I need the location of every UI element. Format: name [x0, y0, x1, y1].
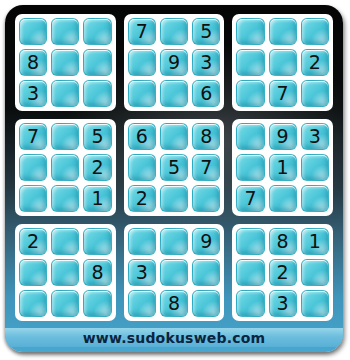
cell-r6c2[interactable]: [51, 185, 79, 212]
cell-r1c6[interactable]: 5: [192, 18, 220, 45]
block-3-1: 28: [15, 224, 116, 321]
cell-r6c1[interactable]: [19, 185, 47, 212]
cell-r6c7[interactable]: 7: [236, 185, 264, 212]
cell-r8c4[interactable]: 3: [128, 259, 156, 286]
block-2-3: 9317: [232, 119, 333, 216]
cell-r5c3[interactable]: 2: [83, 154, 111, 181]
cell-r1c5[interactable]: [160, 18, 188, 45]
cell-r6c4[interactable]: 2: [128, 185, 156, 212]
cell-r2c3[interactable]: [83, 49, 111, 76]
cell-r9c7[interactable]: [236, 290, 264, 317]
cell-r8c7[interactable]: [236, 259, 264, 286]
cell-r5c2[interactable]: [51, 154, 79, 181]
cell-r5c7[interactable]: [236, 154, 264, 181]
cell-r5c5[interactable]: 5: [160, 154, 188, 181]
cell-r7c6[interactable]: 9: [192, 228, 220, 255]
block-1-1: 83: [15, 14, 116, 111]
cell-r4c4[interactable]: 6: [128, 123, 156, 150]
cell-r4c3[interactable]: 5: [83, 123, 111, 150]
cell-r4c1[interactable]: 7: [19, 123, 47, 150]
cell-r8c6[interactable]: [192, 259, 220, 286]
cell-r3c9[interactable]: [301, 80, 329, 107]
cell-r4c7[interactable]: [236, 123, 264, 150]
cell-r2c1[interactable]: 8: [19, 49, 47, 76]
cell-r2c8[interactable]: [269, 49, 297, 76]
cell-r3c4[interactable]: [128, 80, 156, 107]
cell-r8c1[interactable]: [19, 259, 47, 286]
cell-r9c8[interactable]: 3: [269, 290, 297, 317]
sudoku-screenshot: 8375936277521685729317289388123 www.sudo…: [0, 0, 350, 360]
cell-r5c4[interactable]: [128, 154, 156, 181]
cell-r3c2[interactable]: [51, 80, 79, 107]
cell-r3c7[interactable]: [236, 80, 264, 107]
cell-r1c1[interactable]: [19, 18, 47, 45]
cell-r9c2[interactable]: [51, 290, 79, 317]
cell-r1c3[interactable]: [83, 18, 111, 45]
cell-r9c1[interactable]: [19, 290, 47, 317]
cell-r4c2[interactable]: [51, 123, 79, 150]
cell-r9c3[interactable]: [83, 290, 111, 317]
cell-r2c5[interactable]: 9: [160, 49, 188, 76]
cell-r6c3[interactable]: 1: [83, 185, 111, 212]
cell-r5c9[interactable]: [301, 154, 329, 181]
cell-r2c4[interactable]: [128, 49, 156, 76]
cell-r4c8[interactable]: 9: [269, 123, 297, 150]
cell-r3c5[interactable]: [160, 80, 188, 107]
cell-r9c4[interactable]: [128, 290, 156, 317]
cell-r7c2[interactable]: [51, 228, 79, 255]
cell-r4c9[interactable]: 3: [301, 123, 329, 150]
cell-r6c5[interactable]: [160, 185, 188, 212]
cell-r3c6[interactable]: 6: [192, 80, 220, 107]
block-2-2: 68572: [124, 119, 225, 216]
cell-r8c5[interactable]: [160, 259, 188, 286]
cell-r1c2[interactable]: [51, 18, 79, 45]
block-1-2: 75936: [124, 14, 225, 111]
cell-r7c7[interactable]: [236, 228, 264, 255]
cell-r7c3[interactable]: [83, 228, 111, 255]
cell-r5c6[interactable]: 7: [192, 154, 220, 181]
block-1-3: 27: [232, 14, 333, 111]
cell-r6c6[interactable]: [192, 185, 220, 212]
cell-r3c1[interactable]: 3: [19, 80, 47, 107]
cell-r7c8[interactable]: 8: [269, 228, 297, 255]
cell-r7c9[interactable]: 1: [301, 228, 329, 255]
cell-r1c7[interactable]: [236, 18, 264, 45]
sudoku-plaque: 8375936277521685729317289388123 www.sudo…: [5, 5, 343, 352]
cell-r8c3[interactable]: 8: [83, 259, 111, 286]
cell-r9c6[interactable]: [192, 290, 220, 317]
cell-r7c4[interactable]: [128, 228, 156, 255]
cell-r3c3[interactable]: [83, 80, 111, 107]
cell-r6c8[interactable]: [269, 185, 297, 212]
cell-r4c6[interactable]: 8: [192, 123, 220, 150]
cell-r1c8[interactable]: [269, 18, 297, 45]
block-2-1: 7521: [15, 119, 116, 216]
cell-r1c9[interactable]: [301, 18, 329, 45]
footer-bar: www.sudokusweb.com: [5, 328, 343, 347]
sudoku-board: 8375936277521685729317289388123: [5, 5, 343, 328]
cell-r5c8[interactable]: 1: [269, 154, 297, 181]
cell-r8c8[interactable]: 2: [269, 259, 297, 286]
cell-r6c9[interactable]: [301, 185, 329, 212]
cell-r4c5[interactable]: [160, 123, 188, 150]
cell-r7c1[interactable]: 2: [19, 228, 47, 255]
cell-r9c9[interactable]: [301, 290, 329, 317]
cell-r3c8[interactable]: 7: [269, 80, 297, 107]
cell-r9c5[interactable]: 8: [160, 290, 188, 317]
block-3-3: 8123: [232, 224, 333, 321]
block-3-2: 938: [124, 224, 225, 321]
cell-r2c7[interactable]: [236, 49, 264, 76]
cell-r7c5[interactable]: [160, 228, 188, 255]
site-url-label: www.sudokusweb.com: [83, 330, 266, 346]
cell-r8c9[interactable]: [301, 259, 329, 286]
cell-r5c1[interactable]: [19, 154, 47, 181]
cell-r8c2[interactable]: [51, 259, 79, 286]
cell-r1c4[interactable]: 7: [128, 18, 156, 45]
cell-r2c9[interactable]: 2: [301, 49, 329, 76]
cell-r2c2[interactable]: [51, 49, 79, 76]
cell-r2c6[interactable]: 3: [192, 49, 220, 76]
